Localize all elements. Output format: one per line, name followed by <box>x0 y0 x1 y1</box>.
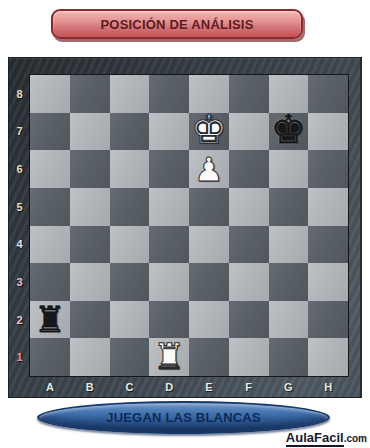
square-a3 <box>30 263 70 301</box>
square-g4 <box>269 226 309 264</box>
file-labels: ABCDEFGH <box>30 376 348 398</box>
square-e4 <box>189 226 229 264</box>
square-e5 <box>189 188 229 226</box>
square-g6 <box>269 150 309 188</box>
square-f3 <box>229 263 269 301</box>
square-h5 <box>308 188 348 226</box>
square-b7 <box>70 113 110 151</box>
chess-board-frame: 87654321 ♚♚♟♜♜ ABCDEFGH <box>8 57 362 398</box>
square-c7 <box>110 113 150 151</box>
square-f1 <box>229 338 269 376</box>
aulafacil-logo: AulaFacil.com <box>286 431 367 447</box>
square-c1 <box>110 338 150 376</box>
square-c3 <box>110 263 150 301</box>
square-h4 <box>308 226 348 264</box>
square-b6 <box>70 150 110 188</box>
white-rook: ♜ <box>153 339 185 375</box>
brand-name: AulaFacil <box>286 431 344 447</box>
rank-label-2: 2 <box>9 301 30 339</box>
square-b1 <box>70 338 110 376</box>
square-c6 <box>110 150 150 188</box>
square-d2 <box>149 301 189 339</box>
square-a2: ♜ <box>30 301 70 339</box>
square-a4 <box>30 226 70 264</box>
square-f8 <box>229 75 269 113</box>
square-f7 <box>229 113 269 151</box>
square-e7: ♚ <box>189 113 229 151</box>
square-f6 <box>229 150 269 188</box>
square-b3 <box>70 263 110 301</box>
square-g5 <box>269 188 309 226</box>
square-h6 <box>308 150 348 188</box>
square-h8 <box>308 75 348 113</box>
square-d3 <box>149 263 189 301</box>
analysis-title-label: POSICIÓN DE ANÁLISIS <box>100 17 253 32</box>
square-c5 <box>110 188 150 226</box>
square-e3 <box>189 263 229 301</box>
square-a1 <box>30 338 70 376</box>
square-d5 <box>149 188 189 226</box>
square-g1 <box>269 338 309 376</box>
square-a8 <box>30 75 70 113</box>
file-label-h: H <box>308 376 348 398</box>
square-d6 <box>149 150 189 188</box>
analysis-title-banner: POSICIÓN DE ANÁLISIS <box>51 9 303 39</box>
square-c4 <box>110 226 150 264</box>
rank-label-3: 3 <box>9 263 30 301</box>
square-h7 <box>308 113 348 151</box>
square-f5 <box>229 188 269 226</box>
square-g7: ♚ <box>269 113 309 151</box>
to-move-banner: JUEGAN LAS BLANCAS <box>37 401 330 434</box>
square-a6 <box>30 150 70 188</box>
square-d7 <box>149 113 189 151</box>
file-label-b: B <box>70 376 110 398</box>
brand-suffix: .com <box>344 433 367 444</box>
file-label-a: A <box>30 376 70 398</box>
rank-label-5: 5 <box>9 188 30 226</box>
rank-label-6: 6 <box>9 150 30 188</box>
square-h2 <box>308 301 348 339</box>
square-h3 <box>308 263 348 301</box>
square-e1 <box>189 338 229 376</box>
square-a7 <box>30 113 70 151</box>
square-d4 <box>149 226 189 264</box>
square-g8 <box>269 75 309 113</box>
square-e6: ♟ <box>189 150 229 188</box>
to-move-label: JUEGAN LAS BLANCAS <box>106 410 261 425</box>
square-b8 <box>70 75 110 113</box>
rank-label-1: 1 <box>9 338 30 376</box>
square-g3 <box>269 263 309 301</box>
square-f2 <box>229 301 269 339</box>
board-grid: ♚♚♟♜♜ <box>30 75 348 376</box>
file-label-c: C <box>110 376 150 398</box>
file-label-e: E <box>189 376 229 398</box>
square-a5 <box>30 188 70 226</box>
rank-label-7: 7 <box>9 113 30 151</box>
white-pawn: ♟ <box>194 153 224 186</box>
rank-label-4: 4 <box>9 226 30 264</box>
rank-labels: 87654321 <box>9 75 30 376</box>
square-d8 <box>149 75 189 113</box>
square-f4 <box>229 226 269 264</box>
square-c8 <box>110 75 150 113</box>
file-label-d: D <box>149 376 189 398</box>
white-king: ♚ <box>191 109 227 149</box>
square-e2 <box>189 301 229 339</box>
black-rook: ♜ <box>34 302 66 338</box>
file-label-f: F <box>229 376 269 398</box>
square-h1 <box>308 338 348 376</box>
rank-label-8: 8 <box>9 75 30 113</box>
square-d1: ♜ <box>149 338 189 376</box>
square-g2 <box>269 301 309 339</box>
square-b4 <box>70 226 110 264</box>
square-c2 <box>110 301 150 339</box>
file-label-g: G <box>269 376 309 398</box>
square-b2 <box>70 301 110 339</box>
square-e8 <box>189 75 229 113</box>
black-king: ♚ <box>270 109 306 149</box>
square-b5 <box>70 188 110 226</box>
